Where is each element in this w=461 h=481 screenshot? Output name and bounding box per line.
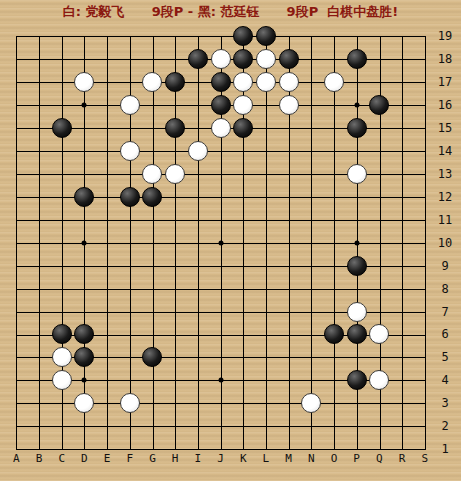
board-point-F3[interactable] — [118, 392, 141, 415]
board-point-O13[interactable] — [323, 163, 346, 186]
board-point-N3[interactable] — [300, 392, 323, 415]
board-point-K8[interactable] — [232, 277, 255, 300]
board-point-P3[interactable] — [345, 392, 368, 415]
board-point-K19[interactable] — [232, 25, 255, 48]
board-point-K2[interactable] — [232, 415, 255, 438]
board-point-D9[interactable] — [73, 254, 96, 277]
board-point-R16[interactable] — [391, 94, 414, 117]
board-point-Q3[interactable] — [368, 392, 391, 415]
board-point-L4[interactable] — [255, 369, 278, 392]
board-point-L7[interactable] — [255, 300, 278, 323]
board-point-K3[interactable] — [232, 392, 255, 415]
board-point-P2[interactable] — [345, 415, 368, 438]
board-point-A8[interactable] — [5, 277, 28, 300]
board-point-H3[interactable] — [164, 392, 187, 415]
board-point-G19[interactable] — [141, 25, 164, 48]
board-point-G2[interactable] — [141, 415, 164, 438]
board-point-O4[interactable] — [323, 369, 346, 392]
board-point-Q11[interactable] — [368, 208, 391, 231]
board-point-K18[interactable] — [232, 48, 255, 71]
board-point-F11[interactable] — [118, 208, 141, 231]
board-point-R13[interactable] — [391, 163, 414, 186]
board-point-A16[interactable] — [5, 94, 28, 117]
board-point-E7[interactable] — [96, 300, 119, 323]
board-point-L6[interactable] — [255, 323, 278, 346]
board-point-M2[interactable] — [277, 415, 300, 438]
board-point-H8[interactable] — [164, 277, 187, 300]
board-point-L3[interactable] — [255, 392, 278, 415]
board-point-N15[interactable] — [300, 117, 323, 140]
board-point-R10[interactable] — [391, 231, 414, 254]
board-point-J15[interactable] — [209, 117, 232, 140]
board-point-G9[interactable] — [141, 254, 164, 277]
board-point-B2[interactable] — [28, 415, 51, 438]
board-point-A15[interactable] — [5, 117, 28, 140]
board-point-F17[interactable] — [118, 71, 141, 94]
board-point-D3[interactable] — [73, 392, 96, 415]
board-point-E15[interactable] — [96, 117, 119, 140]
board-point-O19[interactable] — [323, 25, 346, 48]
board-point-P15[interactable] — [345, 117, 368, 140]
board-point-N8[interactable] — [300, 277, 323, 300]
board-point-C9[interactable] — [50, 254, 73, 277]
board-point-H19[interactable] — [164, 25, 187, 48]
board-point-E9[interactable] — [96, 254, 119, 277]
board-point-A6[interactable] — [5, 323, 28, 346]
board-point-R8[interactable] — [391, 277, 414, 300]
board-point-I14[interactable] — [187, 140, 210, 163]
board-point-P6[interactable] — [345, 323, 368, 346]
board-point-A14[interactable] — [5, 140, 28, 163]
board-point-O2[interactable] — [323, 415, 346, 438]
board-point-C2[interactable] — [50, 415, 73, 438]
board-point-M10[interactable] — [277, 231, 300, 254]
board-point-C8[interactable] — [50, 277, 73, 300]
board-point-P18[interactable] — [345, 48, 368, 71]
board-point-A19[interactable] — [5, 25, 28, 48]
board-point-L10[interactable] — [255, 231, 278, 254]
board-point-L14[interactable] — [255, 140, 278, 163]
board-point-M15[interactable] — [277, 117, 300, 140]
board-point-M16[interactable] — [277, 94, 300, 117]
board-point-E3[interactable] — [96, 392, 119, 415]
board-point-C17[interactable] — [50, 71, 73, 94]
board-point-B3[interactable] — [28, 392, 51, 415]
board-point-F4[interactable] — [118, 369, 141, 392]
board-point-G17[interactable] — [141, 71, 164, 94]
board-point-C14[interactable] — [50, 140, 73, 163]
board-point-M5[interactable] — [277, 346, 300, 369]
board-point-E18[interactable] — [96, 48, 119, 71]
board-point-K13[interactable] — [232, 163, 255, 186]
board-point-J17[interactable] — [209, 71, 232, 94]
board-point-P12[interactable] — [345, 185, 368, 208]
board-point-R6[interactable] — [391, 323, 414, 346]
board-point-D2[interactable] — [73, 415, 96, 438]
board-point-F18[interactable] — [118, 48, 141, 71]
board-point-H9[interactable] — [164, 254, 187, 277]
board-point-M7[interactable] — [277, 300, 300, 323]
board-point-L18[interactable] — [255, 48, 278, 71]
board-point-H7[interactable] — [164, 300, 187, 323]
board-point-F14[interactable] — [118, 140, 141, 163]
board-point-B12[interactable] — [28, 185, 51, 208]
board-point-Q10[interactable] — [368, 231, 391, 254]
board-point-D17[interactable] — [73, 71, 96, 94]
board-point-E10[interactable] — [96, 231, 119, 254]
board-point-P10[interactable] — [345, 231, 368, 254]
board-point-J12[interactable] — [209, 185, 232, 208]
board-point-L15[interactable] — [255, 117, 278, 140]
board-point-L2[interactable] — [255, 415, 278, 438]
board-point-E17[interactable] — [96, 71, 119, 94]
board-point-A10[interactable] — [5, 231, 28, 254]
board-point-H16[interactable] — [164, 94, 187, 117]
board-point-G3[interactable] — [141, 392, 164, 415]
board-point-O3[interactable] — [323, 392, 346, 415]
board-point-A17[interactable] — [5, 71, 28, 94]
board-point-N13[interactable] — [300, 163, 323, 186]
board-point-P7[interactable] — [345, 300, 368, 323]
board-point-I6[interactable] — [187, 323, 210, 346]
board-point-N6[interactable] — [300, 323, 323, 346]
board-point-K5[interactable] — [232, 346, 255, 369]
board-point-P13[interactable] — [345, 163, 368, 186]
board-point-B14[interactable] — [28, 140, 51, 163]
board-point-R5[interactable] — [391, 346, 414, 369]
board-point-Q6[interactable] — [368, 323, 391, 346]
board-point-M14[interactable] — [277, 140, 300, 163]
board-point-J18[interactable] — [209, 48, 232, 71]
go-board[interactable] — [5, 25, 436, 461]
board-point-R4[interactable] — [391, 369, 414, 392]
board-point-R3[interactable] — [391, 392, 414, 415]
board-point-L9[interactable] — [255, 254, 278, 277]
board-point-P14[interactable] — [345, 140, 368, 163]
board-point-B9[interactable] — [28, 254, 51, 277]
board-point-L19[interactable] — [255, 25, 278, 48]
board-point-G14[interactable] — [141, 140, 164, 163]
board-point-G12[interactable] — [141, 185, 164, 208]
board-point-B8[interactable] — [28, 277, 51, 300]
board-point-E12[interactable] — [96, 185, 119, 208]
board-point-Q2[interactable] — [368, 415, 391, 438]
board-point-H18[interactable] — [164, 48, 187, 71]
board-point-G16[interactable] — [141, 94, 164, 117]
board-point-O17[interactable] — [323, 71, 346, 94]
board-point-G8[interactable] — [141, 277, 164, 300]
board-point-D19[interactable] — [73, 25, 96, 48]
board-point-J11[interactable] — [209, 208, 232, 231]
board-point-M3[interactable] — [277, 392, 300, 415]
board-point-L16[interactable] — [255, 94, 278, 117]
board-point-I8[interactable] — [187, 277, 210, 300]
board-point-I13[interactable] — [187, 163, 210, 186]
board-point-F19[interactable] — [118, 25, 141, 48]
board-point-N18[interactable] — [300, 48, 323, 71]
board-point-G5[interactable] — [141, 346, 164, 369]
board-point-N2[interactable] — [300, 415, 323, 438]
board-point-D16[interactable] — [73, 94, 96, 117]
board-point-M18[interactable] — [277, 48, 300, 71]
board-point-E5[interactable] — [96, 346, 119, 369]
board-point-Q16[interactable] — [368, 94, 391, 117]
board-point-C13[interactable] — [50, 163, 73, 186]
board-point-R17[interactable] — [391, 71, 414, 94]
board-point-K7[interactable] — [232, 300, 255, 323]
board-point-N19[interactable] — [300, 25, 323, 48]
board-point-B10[interactable] — [28, 231, 51, 254]
board-point-M8[interactable] — [277, 277, 300, 300]
board-point-F9[interactable] — [118, 254, 141, 277]
board-point-C10[interactable] — [50, 231, 73, 254]
board-point-D13[interactable] — [73, 163, 96, 186]
board-point-C12[interactable] — [50, 185, 73, 208]
board-point-D15[interactable] — [73, 117, 96, 140]
board-point-M11[interactable] — [277, 208, 300, 231]
board-point-I18[interactable] — [187, 48, 210, 71]
board-point-E2[interactable] — [96, 415, 119, 438]
board-point-E19[interactable] — [96, 25, 119, 48]
board-point-A18[interactable] — [5, 48, 28, 71]
board-point-R11[interactable] — [391, 208, 414, 231]
board-point-C5[interactable] — [50, 346, 73, 369]
board-point-L17[interactable] — [255, 71, 278, 94]
board-point-R19[interactable] — [391, 25, 414, 48]
board-point-E6[interactable] — [96, 323, 119, 346]
board-point-L11[interactable] — [255, 208, 278, 231]
board-point-O10[interactable] — [323, 231, 346, 254]
board-point-C15[interactable] — [50, 117, 73, 140]
board-point-C6[interactable] — [50, 323, 73, 346]
board-point-B7[interactable] — [28, 300, 51, 323]
board-point-P17[interactable] — [345, 71, 368, 94]
board-point-O15[interactable] — [323, 117, 346, 140]
board-point-B13[interactable] — [28, 163, 51, 186]
board-point-K9[interactable] — [232, 254, 255, 277]
board-point-L8[interactable] — [255, 277, 278, 300]
board-point-F8[interactable] — [118, 277, 141, 300]
board-point-N14[interactable] — [300, 140, 323, 163]
board-point-Q5[interactable] — [368, 346, 391, 369]
board-point-A2[interactable] — [5, 415, 28, 438]
board-point-B11[interactable] — [28, 208, 51, 231]
board-point-J19[interactable] — [209, 25, 232, 48]
board-point-G7[interactable] — [141, 300, 164, 323]
board-point-A5[interactable] — [5, 346, 28, 369]
board-point-G18[interactable] — [141, 48, 164, 71]
board-point-A7[interactable] — [5, 300, 28, 323]
board-point-R15[interactable] — [391, 117, 414, 140]
board-point-H12[interactable] — [164, 185, 187, 208]
board-point-M19[interactable] — [277, 25, 300, 48]
board-point-I15[interactable] — [187, 117, 210, 140]
board-point-I11[interactable] — [187, 208, 210, 231]
board-point-O11[interactable] — [323, 208, 346, 231]
board-point-E14[interactable] — [96, 140, 119, 163]
board-point-F5[interactable] — [118, 346, 141, 369]
board-point-D7[interactable] — [73, 300, 96, 323]
board-point-K11[interactable] — [232, 208, 255, 231]
board-point-M9[interactable] — [277, 254, 300, 277]
board-point-J14[interactable] — [209, 140, 232, 163]
board-point-F13[interactable] — [118, 163, 141, 186]
board-point-I7[interactable] — [187, 300, 210, 323]
board-point-D10[interactable] — [73, 231, 96, 254]
board-point-C4[interactable] — [50, 369, 73, 392]
board-point-O18[interactable] — [323, 48, 346, 71]
board-point-I9[interactable] — [187, 254, 210, 277]
board-point-J5[interactable] — [209, 346, 232, 369]
board-point-Q19[interactable] — [368, 25, 391, 48]
board-point-D14[interactable] — [73, 140, 96, 163]
board-point-F12[interactable] — [118, 185, 141, 208]
board-point-A13[interactable] — [5, 163, 28, 186]
board-point-Q8[interactable] — [368, 277, 391, 300]
board-point-C3[interactable] — [50, 392, 73, 415]
board-point-J6[interactable] — [209, 323, 232, 346]
board-point-J13[interactable] — [209, 163, 232, 186]
board-point-I19[interactable] — [187, 25, 210, 48]
board-point-B4[interactable] — [28, 369, 51, 392]
board-point-B18[interactable] — [28, 48, 51, 71]
board-point-H11[interactable] — [164, 208, 187, 231]
board-point-G10[interactable] — [141, 231, 164, 254]
board-point-Q7[interactable] — [368, 300, 391, 323]
board-point-M17[interactable] — [277, 71, 300, 94]
board-point-O6[interactable] — [323, 323, 346, 346]
board-point-I12[interactable] — [187, 185, 210, 208]
board-point-R18[interactable] — [391, 48, 414, 71]
board-point-F7[interactable] — [118, 300, 141, 323]
board-point-A9[interactable] — [5, 254, 28, 277]
board-point-O5[interactable] — [323, 346, 346, 369]
board-point-F15[interactable] — [118, 117, 141, 140]
board-point-O8[interactable] — [323, 277, 346, 300]
board-point-Q17[interactable] — [368, 71, 391, 94]
board-point-P8[interactable] — [345, 277, 368, 300]
board-point-I2[interactable] — [187, 415, 210, 438]
board-point-K6[interactable] — [232, 323, 255, 346]
board-point-R7[interactable] — [391, 300, 414, 323]
board-point-L12[interactable] — [255, 185, 278, 208]
board-point-I4[interactable] — [187, 369, 210, 392]
board-point-F2[interactable] — [118, 415, 141, 438]
board-point-M6[interactable] — [277, 323, 300, 346]
board-point-D4[interactable] — [73, 369, 96, 392]
board-point-N4[interactable] — [300, 369, 323, 392]
board-point-G15[interactable] — [141, 117, 164, 140]
board-point-D6[interactable] — [73, 323, 96, 346]
board-point-N5[interactable] — [300, 346, 323, 369]
board-point-B5[interactable] — [28, 346, 51, 369]
board-point-H5[interactable] — [164, 346, 187, 369]
board-point-Q9[interactable] — [368, 254, 391, 277]
board-point-J16[interactable] — [209, 94, 232, 117]
board-point-R2[interactable] — [391, 415, 414, 438]
board-point-B19[interactable] — [28, 25, 51, 48]
board-point-Q13[interactable] — [368, 163, 391, 186]
board-point-C18[interactable] — [50, 48, 73, 71]
board-point-O16[interactable] — [323, 94, 346, 117]
board-point-Q4[interactable] — [368, 369, 391, 392]
board-point-H15[interactable] — [164, 117, 187, 140]
board-point-I16[interactable] — [187, 94, 210, 117]
board-point-K15[interactable] — [232, 117, 255, 140]
board-point-B15[interactable] — [28, 117, 51, 140]
board-point-J8[interactable] — [209, 277, 232, 300]
board-point-D12[interactable] — [73, 185, 96, 208]
board-point-K10[interactable] — [232, 231, 255, 254]
board-point-F6[interactable] — [118, 323, 141, 346]
board-point-H6[interactable] — [164, 323, 187, 346]
board-point-F10[interactable] — [118, 231, 141, 254]
board-point-A11[interactable] — [5, 208, 28, 231]
board-point-D8[interactable] — [73, 277, 96, 300]
board-point-A12[interactable] — [5, 185, 28, 208]
board-point-M12[interactable] — [277, 185, 300, 208]
board-point-J7[interactable] — [209, 300, 232, 323]
board-point-O7[interactable] — [323, 300, 346, 323]
board-point-C7[interactable] — [50, 300, 73, 323]
board-point-G6[interactable] — [141, 323, 164, 346]
board-point-E11[interactable] — [96, 208, 119, 231]
board-point-G11[interactable] — [141, 208, 164, 231]
board-point-O9[interactable] — [323, 254, 346, 277]
board-point-N12[interactable] — [300, 185, 323, 208]
board-point-K14[interactable] — [232, 140, 255, 163]
board-point-G4[interactable] — [141, 369, 164, 392]
board-point-L13[interactable] — [255, 163, 278, 186]
board-point-G13[interactable] — [141, 163, 164, 186]
board-point-F16[interactable] — [118, 94, 141, 117]
board-point-J9[interactable] — [209, 254, 232, 277]
board-point-P19[interactable] — [345, 25, 368, 48]
board-point-D5[interactable] — [73, 346, 96, 369]
board-point-B6[interactable] — [28, 323, 51, 346]
board-point-Q14[interactable] — [368, 140, 391, 163]
board-point-R12[interactable] — [391, 185, 414, 208]
board-point-D18[interactable] — [73, 48, 96, 71]
board-point-P5[interactable] — [345, 346, 368, 369]
board-point-E8[interactable] — [96, 277, 119, 300]
board-point-I3[interactable] — [187, 392, 210, 415]
board-point-C16[interactable] — [50, 94, 73, 117]
board-point-A3[interactable] — [5, 392, 28, 415]
board-point-J10[interactable] — [209, 231, 232, 254]
board-point-K12[interactable] — [232, 185, 255, 208]
board-point-M4[interactable] — [277, 369, 300, 392]
board-point-H14[interactable] — [164, 140, 187, 163]
board-point-J4[interactable] — [209, 369, 232, 392]
board-point-N17[interactable] — [300, 71, 323, 94]
board-point-A4[interactable] — [5, 369, 28, 392]
board-point-Q12[interactable] — [368, 185, 391, 208]
board-point-N10[interactable] — [300, 231, 323, 254]
board-point-J3[interactable] — [209, 392, 232, 415]
board-point-H10[interactable] — [164, 231, 187, 254]
board-point-K4[interactable] — [232, 369, 255, 392]
board-point-N7[interactable] — [300, 300, 323, 323]
board-point-H2[interactable] — [164, 415, 187, 438]
board-point-P9[interactable] — [345, 254, 368, 277]
board-point-H4[interactable] — [164, 369, 187, 392]
board-point-K16[interactable] — [232, 94, 255, 117]
board-point-R14[interactable] — [391, 140, 414, 163]
board-point-Q15[interactable] — [368, 117, 391, 140]
board-point-B16[interactable] — [28, 94, 51, 117]
board-point-P11[interactable] — [345, 208, 368, 231]
